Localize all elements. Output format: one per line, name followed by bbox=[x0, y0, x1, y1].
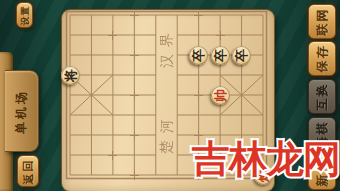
point-marker bbox=[130, 171, 139, 180]
piece-glyph: 卒 bbox=[235, 49, 248, 62]
point-marker bbox=[194, 11, 203, 20]
undo-button: 悔棋 bbox=[308, 117, 336, 152]
mode-tab-label: 单机场 bbox=[13, 89, 30, 134]
point-marker bbox=[108, 31, 117, 40]
new-game-button[interactable]: 新局 bbox=[308, 155, 336, 190]
new-game-button-label: 新局 bbox=[314, 159, 331, 187]
online-button[interactable]: 联网 bbox=[308, 4, 336, 39]
swap-button: 互换 bbox=[308, 79, 336, 114]
point-marker bbox=[194, 171, 203, 180]
point-marker bbox=[130, 131, 139, 140]
piece-black-卒[interactable]: 卒 bbox=[232, 46, 251, 65]
piece-red-炮[interactable]: 炮 bbox=[254, 166, 273, 185]
mode-tab-singleplayer[interactable]: 单机场 bbox=[5, 70, 39, 152]
piece-glyph: 炮 bbox=[257, 169, 270, 182]
piece-glyph: 帅 bbox=[214, 89, 227, 102]
online-button-label: 联网 bbox=[314, 8, 331, 36]
point-marker bbox=[130, 91, 139, 100]
back-button-label: 返回 bbox=[21, 158, 36, 184]
piece-red-帅[interactable]: 帅 bbox=[211, 86, 230, 105]
point-marker bbox=[130, 11, 139, 20]
point-marker bbox=[130, 51, 139, 60]
point-marker bbox=[216, 31, 225, 40]
point-marker bbox=[194, 91, 203, 100]
settings-button-label: 设置 bbox=[18, 5, 31, 25]
piece-black-卒[interactable]: 卒 bbox=[211, 46, 230, 65]
game-screen: 单机场 设置 返回 汉界 楚河 将卒卒卒帅炮 联网保存互换悔棋新局 吉林龙网 bbox=[0, 0, 340, 191]
point-marker bbox=[108, 151, 117, 160]
piece-glyph: 卒 bbox=[192, 49, 205, 62]
point-marker bbox=[194, 131, 203, 140]
river-label-han: 汉界 bbox=[158, 26, 176, 68]
piece-glyph: 卒 bbox=[214, 49, 227, 62]
swap-button-label: 互换 bbox=[314, 83, 331, 111]
point-marker bbox=[216, 151, 225, 160]
xiangqi-board[interactable]: 汉界 楚河 将卒卒卒帅炮 bbox=[62, 10, 274, 191]
save-button[interactable]: 保存 bbox=[308, 41, 336, 76]
piece-black-卒[interactable]: 卒 bbox=[189, 46, 208, 65]
undo-button-label: 悔棋 bbox=[314, 121, 331, 149]
piece-black-将[interactable]: 将 bbox=[61, 66, 80, 85]
back-button[interactable]: 返回 bbox=[17, 155, 39, 187]
settings-button[interactable]: 设置 bbox=[16, 2, 33, 28]
piece-glyph: 将 bbox=[64, 69, 77, 82]
river-label-chu: 楚河 bbox=[158, 112, 176, 154]
save-button-label: 保存 bbox=[314, 45, 331, 73]
